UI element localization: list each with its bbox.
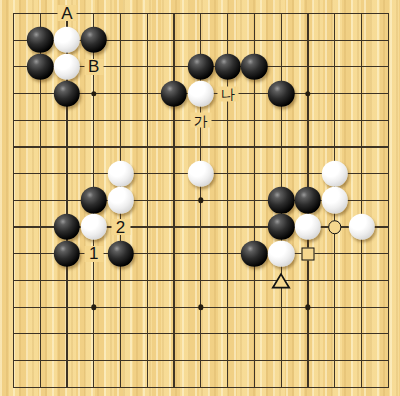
white-stone bbox=[322, 160, 348, 186]
black-stone bbox=[268, 187, 294, 213]
white-stone bbox=[188, 80, 214, 106]
point-label-나: 나 bbox=[217, 86, 238, 101]
black-stone bbox=[214, 54, 240, 80]
star-point bbox=[91, 304, 96, 309]
star-point bbox=[305, 91, 310, 96]
star-point bbox=[305, 304, 310, 309]
white-stone bbox=[81, 214, 107, 240]
black-stone bbox=[27, 54, 53, 80]
white-stone bbox=[188, 160, 214, 186]
triangle-marker bbox=[271, 272, 291, 289]
black-stone bbox=[241, 54, 267, 80]
white-stone bbox=[268, 241, 294, 267]
black-stone bbox=[241, 241, 267, 267]
white-stone bbox=[54, 27, 80, 53]
black-stone bbox=[54, 241, 80, 267]
go-board[interactable]: AB나가21 bbox=[0, 0, 400, 396]
black-stone bbox=[268, 214, 294, 240]
grid-line-horizontal bbox=[13, 360, 389, 361]
black-stone bbox=[161, 80, 187, 106]
circle-marker bbox=[328, 220, 342, 234]
black-stone bbox=[268, 80, 294, 106]
white-stone bbox=[322, 187, 348, 213]
grid-line-horizontal bbox=[13, 280, 389, 281]
black-stone bbox=[81, 187, 107, 213]
black-stone bbox=[54, 80, 80, 106]
point-label-B: B bbox=[84, 59, 103, 75]
white-stone bbox=[54, 54, 80, 80]
point-label-A: A bbox=[57, 5, 76, 21]
point-label-2: 2 bbox=[111, 219, 130, 235]
black-stone bbox=[81, 27, 107, 53]
grid-line-vertical bbox=[388, 13, 389, 388]
point-label-가: 가 bbox=[190, 113, 211, 128]
star-point bbox=[91, 91, 96, 96]
black-stone bbox=[107, 241, 133, 267]
star-point bbox=[198, 198, 203, 203]
grid-line-horizontal bbox=[13, 333, 389, 334]
square-marker bbox=[301, 247, 314, 260]
grid-line-horizontal bbox=[13, 387, 389, 388]
white-stone bbox=[107, 187, 133, 213]
white-stone bbox=[107, 160, 133, 186]
black-stone bbox=[188, 54, 214, 80]
star-point bbox=[198, 304, 203, 309]
black-stone bbox=[295, 187, 321, 213]
point-label-1: 1 bbox=[84, 246, 103, 262]
white-stone bbox=[348, 214, 374, 240]
white-stone bbox=[295, 214, 321, 240]
black-stone bbox=[54, 214, 80, 240]
grid-line-vertical bbox=[361, 13, 362, 388]
black-stone bbox=[27, 27, 53, 53]
